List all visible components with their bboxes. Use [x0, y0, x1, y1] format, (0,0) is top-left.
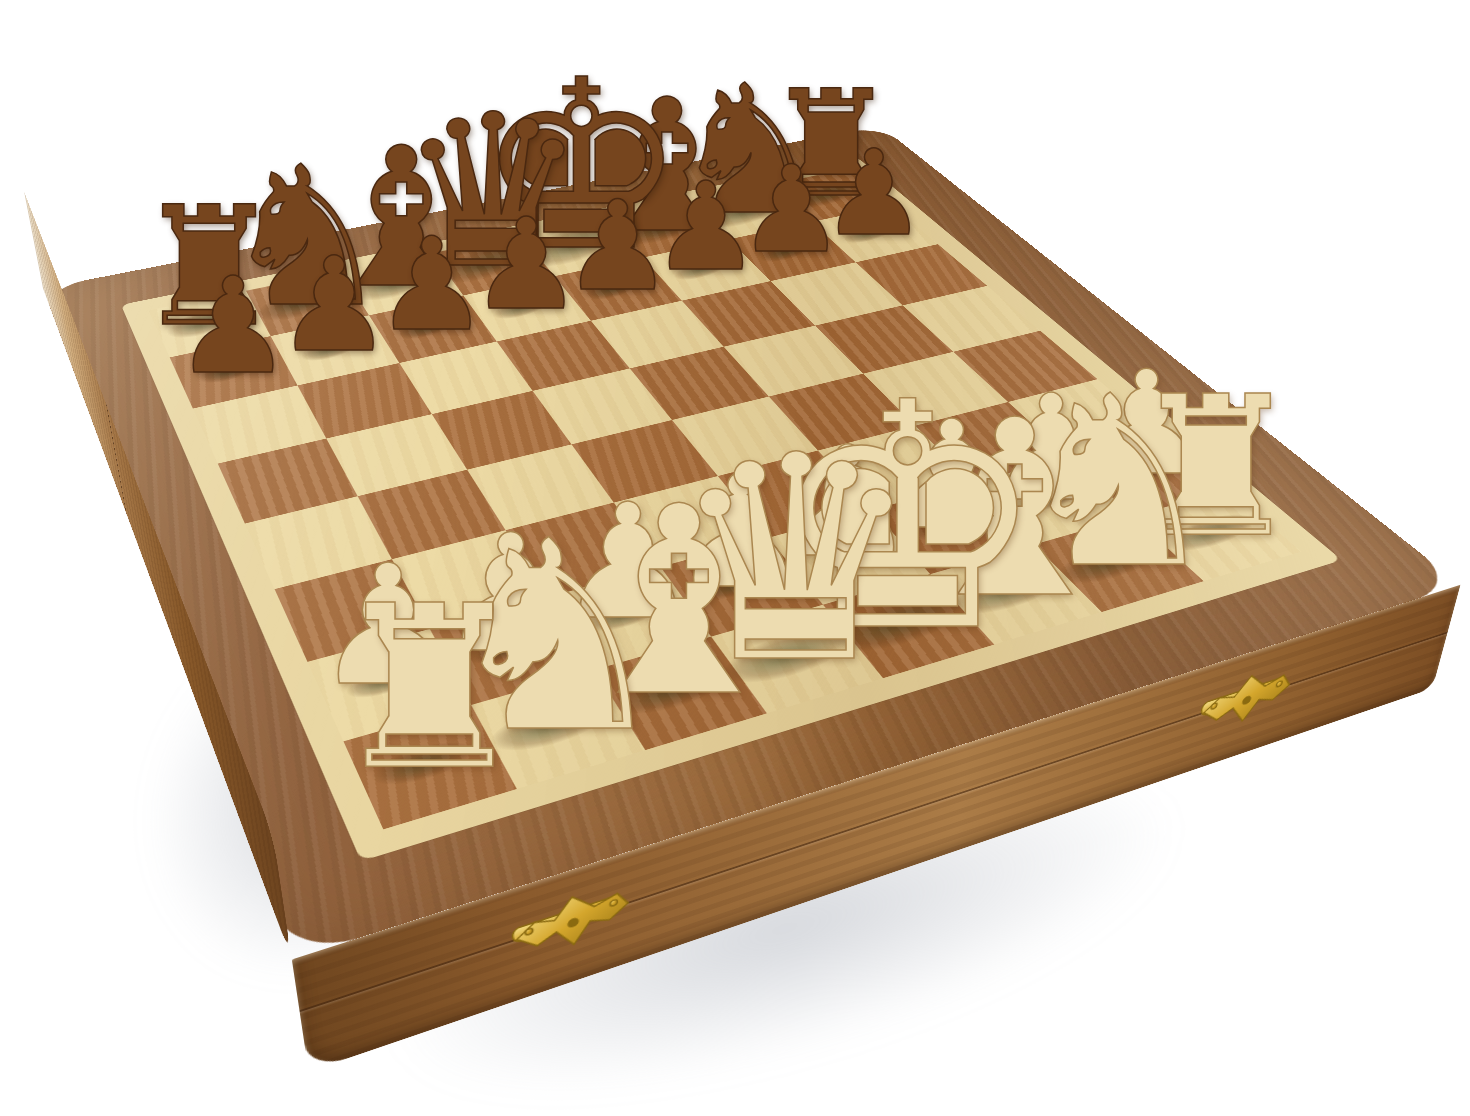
- piece-black-pawn-a7[interactable]: ♟: [167, 260, 300, 393]
- pieces-layer: ♜♞♝♟♚♟♛♟♝♟♞♟♜♟♟♟♟♟♟♜♟♞♟♝♟♚♟♛♟♝♞♜: [0, 0, 1470, 1116]
- piece-white-rook-a1[interactable]: ♜: [316, 576, 541, 801]
- stage: ♜♞♝♟♚♟♛♟♝♟♞♟♜♟♟♟♟♟♟♜♟♞♟♝♟♚♟♛♟♝♞♜: [0, 0, 1470, 1116]
